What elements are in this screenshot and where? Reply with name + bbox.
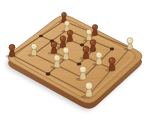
product-photo <box>0 0 150 117</box>
morris-board <box>0 0 150 117</box>
point-hole-f6[interactable] <box>110 48 114 51</box>
point-hole-d5[interactable] <box>80 44 84 47</box>
point-hole-d1[interactable] <box>46 72 51 75</box>
point-hole-a4[interactable] <box>39 35 43 38</box>
peg-dark[interactable] <box>6 44 16 57</box>
point-hole-e3[interactable] <box>77 62 82 65</box>
peg-cream[interactable] <box>124 38 133 51</box>
